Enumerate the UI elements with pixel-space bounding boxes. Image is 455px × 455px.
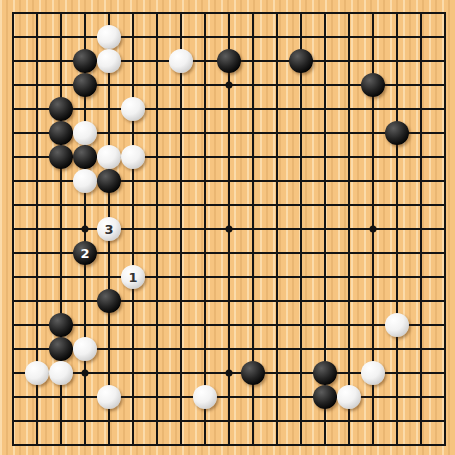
- board-grid[interactable]: 321: [1, 1, 455, 455]
- stone-black: [289, 49, 313, 73]
- stone-black: [49, 145, 73, 169]
- stone-black: [241, 361, 265, 385]
- stone-white: [97, 385, 121, 409]
- stone-white: [385, 313, 409, 337]
- stone-black: [361, 73, 385, 97]
- stone-black: [385, 121, 409, 145]
- stone-black: [49, 121, 73, 145]
- stone-black: [73, 145, 97, 169]
- stone-white: [361, 361, 385, 385]
- stone-white: [49, 361, 73, 385]
- stone-black: [313, 361, 337, 385]
- stone-white: [73, 337, 97, 361]
- stone-white: [193, 385, 217, 409]
- stone-white: [97, 145, 121, 169]
- stone-white: [121, 97, 145, 121]
- stone-black: [49, 313, 73, 337]
- stone-white: [25, 361, 49, 385]
- stone-black-numbered: 2: [73, 241, 97, 265]
- stone-black: [49, 97, 73, 121]
- stone-white: [337, 385, 361, 409]
- go-board[interactable]: 321: [0, 0, 455, 455]
- stone-white: [73, 121, 97, 145]
- stone-black: [73, 49, 97, 73]
- stone-white: [169, 49, 193, 73]
- stone-white: [73, 169, 97, 193]
- stone-white: [97, 25, 121, 49]
- stone-black: [97, 169, 121, 193]
- stone-white-numbered: 3: [97, 217, 121, 241]
- stone-black: [49, 337, 73, 361]
- stone-black: [73, 73, 97, 97]
- stone-black: [97, 289, 121, 313]
- stone-white-numbered: 1: [121, 265, 145, 289]
- stone-black: [217, 49, 241, 73]
- stone-white: [121, 145, 145, 169]
- stone-black: [313, 385, 337, 409]
- stone-white: [97, 49, 121, 73]
